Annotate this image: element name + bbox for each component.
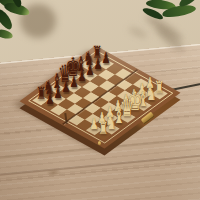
leaf-shadow <box>128 26 148 39</box>
plant-leaf <box>0 28 14 40</box>
brass-pin <box>98 141 102 145</box>
photo-chess-set-scene: ♜♞♝♛♚♝♞♜♟♟♟♟♟♟♟♟♟♟♟♟♟♟♟♟♜♞♝♛♚♝♞♜ <box>0 0 200 200</box>
